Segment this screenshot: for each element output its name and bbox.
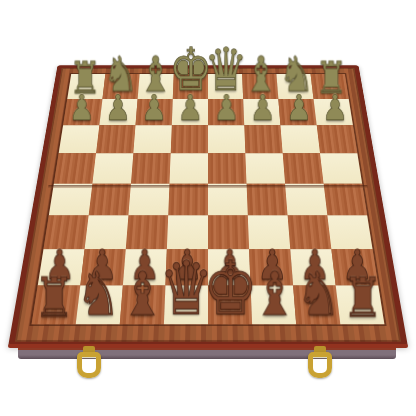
brass-latch-right-icon bbox=[308, 352, 334, 382]
chess-board: ♜♞♝♚♛♝♞♜♟♟♟♟♟♟♟♟♟♟♟♟♟♟♟♟♜♞♝♛♚♝♞♜ bbox=[8, 65, 408, 347]
square-c5 bbox=[131, 153, 171, 183]
latch-loop-icon bbox=[308, 352, 332, 378]
black-pawn: ♟ bbox=[286, 91, 312, 125]
black-pawn: ♟ bbox=[322, 91, 348, 125]
playing-field: ♜♞♝♚♛♝♞♜♟♟♟♟♟♟♟♟♟♟♟♟♟♟♟♟♜♞♝♛♚♝♞♜ bbox=[32, 74, 385, 324]
square-h5 bbox=[320, 153, 362, 183]
square-d5 bbox=[169, 153, 208, 183]
square-a5 bbox=[54, 153, 96, 183]
square-g6 bbox=[280, 125, 320, 153]
black-pawn: ♟ bbox=[249, 91, 275, 125]
square-f6 bbox=[244, 125, 282, 153]
white-king: ♚ bbox=[203, 253, 258, 324]
square-d7: ♟ bbox=[172, 99, 208, 125]
square-h7: ♟ bbox=[314, 99, 353, 125]
square-e7: ♟ bbox=[208, 99, 244, 125]
square-f7: ♟ bbox=[243, 99, 280, 125]
board-frame: ♜♞♝♚♛♝♞♜♟♟♟♟♟♟♟♟♟♟♟♟♟♟♟♟♜♞♝♛♚♝♞♜ bbox=[8, 65, 408, 347]
white-bishop: ♝ bbox=[120, 266, 165, 324]
board-scene: ♜♞♝♚♛♝♞♜♟♟♟♟♟♟♟♟♟♟♟♟♟♟♟♟♜♞♝♛♚♝♞♜ bbox=[0, 0, 416, 416]
square-e1: ♚ bbox=[208, 285, 252, 324]
chess-set-photo: ♜♞♝♚♛♝♞♜♟♟♟♟♟♟♟♟♟♟♟♟♟♟♟♟♜♞♝♛♚♝♞♜ bbox=[0, 0, 416, 416]
square-d6 bbox=[171, 125, 208, 153]
square-g1: ♞ bbox=[293, 285, 340, 324]
white-knight: ♞ bbox=[76, 266, 121, 324]
square-e6 bbox=[208, 125, 245, 153]
square-a7: ♟ bbox=[63, 99, 102, 125]
square-a1: ♜ bbox=[32, 285, 81, 324]
white-bishop: ♝ bbox=[252, 266, 297, 324]
square-c6 bbox=[133, 125, 171, 153]
square-h1: ♜ bbox=[336, 285, 385, 324]
brass-latch-left-icon bbox=[77, 352, 103, 382]
square-b1: ♞ bbox=[76, 285, 123, 324]
square-h6 bbox=[317, 125, 358, 153]
square-f5 bbox=[245, 153, 285, 183]
square-a6 bbox=[59, 125, 100, 153]
square-g7: ♟ bbox=[278, 99, 316, 125]
square-b6 bbox=[96, 125, 136, 153]
black-pawn: ♟ bbox=[141, 91, 167, 125]
square-b7: ♟ bbox=[99, 99, 137, 125]
black-pawn: ♟ bbox=[68, 91, 94, 125]
square-b5 bbox=[92, 153, 133, 183]
latch-loop-icon bbox=[77, 352, 101, 378]
white-knight: ♞ bbox=[296, 266, 341, 324]
black-pawn: ♟ bbox=[104, 91, 130, 125]
black-pawn: ♟ bbox=[213, 91, 239, 125]
black-pawn: ♟ bbox=[177, 91, 203, 125]
box-front-panel bbox=[18, 348, 396, 359]
white-rook: ♜ bbox=[342, 271, 382, 323]
square-d1: ♛ bbox=[164, 285, 208, 324]
square-c7: ♟ bbox=[136, 99, 173, 125]
square-g5 bbox=[283, 153, 324, 183]
square-e5 bbox=[208, 153, 247, 183]
white-rook: ♜ bbox=[34, 271, 74, 323]
